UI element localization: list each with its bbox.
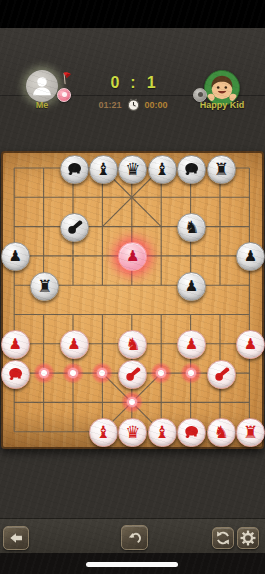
pawn-glyph: ♟ [67,337,80,352]
timers: 01:21 00:00 [78,97,188,112]
status-bar-strip [0,0,265,28]
move-trail-dot [150,362,172,384]
person-icon [29,73,55,99]
rook-glyph: ♜ [243,424,258,441]
score-right: 1 [147,74,156,92]
piece-black-elephant[interactable] [177,155,206,184]
piece-red-pawn[interactable]: ♟ [1,330,30,359]
score-left: 0 [110,74,119,92]
rook-glyph: ♜ [37,277,52,294]
back-button[interactable] [3,526,29,550]
restart-button[interactable] [212,527,234,549]
my-avatar[interactable] [26,70,58,102]
back-arrow-icon [8,530,24,546]
move-trail-dot [62,362,84,384]
piece-red-cannon[interactable] [207,360,236,389]
opponent-timer: 00:00 [145,100,168,110]
red-flag-icon [58,70,73,87]
match-score: 0 : 1 [83,74,183,92]
piece-black-pawn[interactable]: ♟ [177,272,206,301]
piece-black-cannon[interactable] [60,213,89,242]
move-trail-dot [180,362,202,384]
cannon-icon [65,218,84,237]
settings-button[interactable] [237,527,259,549]
horse-glyph: ♞ [125,336,140,353]
elephant-icon [182,160,201,179]
piece-black-advisor[interactable]: ♝ [89,155,118,184]
pawn-glyph: ♟ [185,278,198,293]
pawn-glyph: ♟ [244,337,257,352]
app-root: Me 0 : 1 01:21 00:00 Happy Kid ♝♛♝♜♞♟♟♜♟… [0,0,265,574]
piece-black-horse[interactable]: ♞ [177,213,206,242]
my-timer: 01:21 [98,100,121,110]
gear-icon [240,530,256,546]
advisor-glyph: ♝ [155,160,170,177]
piece-red-advisor[interactable]: ♝ [148,418,177,447]
move-trail-dot [33,362,55,384]
refresh-icon [215,530,231,546]
elephant-icon [65,160,84,179]
pawn-glyph: ♟ [8,337,21,352]
piece-red-advisor[interactable]: ♝ [89,418,118,447]
score-separator: : [130,74,135,92]
horse-glyph: ♞ [213,424,228,441]
pawn-glyph: ♟ [244,249,257,264]
piece-red-horse[interactable]: ♞ [207,418,236,447]
pawn-glyph: ♟ [185,337,198,352]
rook-glyph: ♜ [213,160,228,177]
piece-red-king[interactable]: ♛ [118,418,147,447]
piece-black-pawn[interactable]: ♟ [1,242,30,271]
clock-icon [126,97,141,112]
undo-arrow-icon [127,530,143,546]
pawn-glyph: ♟ [8,249,21,264]
move-trail-dot [121,391,143,413]
piece-red-pawn[interactable]: ♟ [177,330,206,359]
opponent-rank-badge [193,88,207,102]
elephant-icon [6,365,25,384]
player-bar: Me 0 : 1 01:21 00:00 Happy Kid [0,28,265,96]
cannon-icon [123,365,142,384]
piece-red-pawn[interactable]: ♟ [236,330,265,359]
piece-red-horse[interactable]: ♞ [118,330,147,359]
piece-red-pawn[interactable]: ♟ [60,330,89,359]
piece-black-pawn[interactable]: ♟ [236,242,265,271]
piece-red-elephant[interactable] [177,418,206,447]
piece-black-advisor[interactable]: ♝ [148,155,177,184]
my-rank-badge [57,88,71,102]
piece-black-rook[interactable]: ♜ [30,272,59,301]
elephant-icon [182,423,201,442]
king-glyph: ♛ [125,424,140,441]
bottom-toolbar [0,518,265,554]
king-glyph: ♛ [125,160,140,177]
piece-black-elephant[interactable] [60,155,89,184]
piece-black-rook[interactable]: ♜ [207,155,236,184]
piece-red-pawn[interactable]: ♟ [118,242,147,271]
undo-button[interactable] [121,525,148,550]
home-indicator[interactable] [86,562,178,567]
piece-red-cannon[interactable] [118,360,147,389]
pawn-glyph: ♟ [126,249,139,264]
piece-red-elephant[interactable] [1,360,30,389]
advisor-glyph: ♝ [96,424,111,441]
advisor-glyph: ♝ [96,160,111,177]
move-trail-dot [91,362,113,384]
piece-red-rook[interactable]: ♜ [236,418,265,447]
piece-black-king[interactable]: ♛ [118,155,147,184]
cannon-icon [212,365,231,384]
horse-glyph: ♞ [184,219,199,236]
advisor-glyph: ♝ [155,424,170,441]
